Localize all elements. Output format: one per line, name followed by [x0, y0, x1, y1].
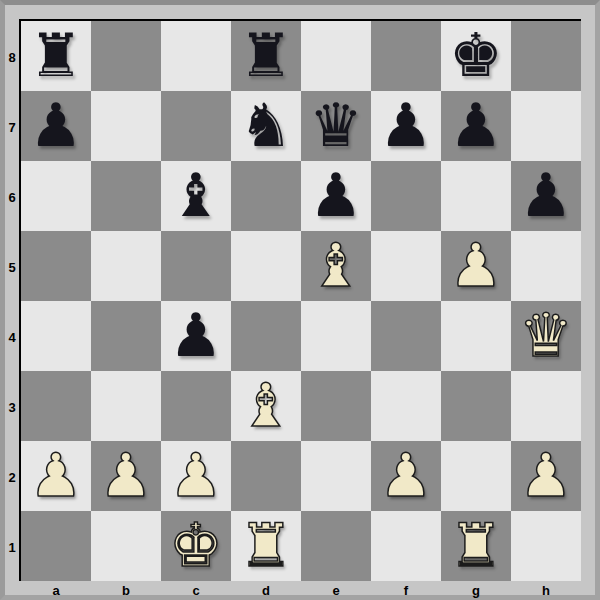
- square-a4[interactable]: [21, 301, 91, 371]
- square-e2[interactable]: [301, 441, 371, 511]
- square-c2[interactable]: ♟: [161, 441, 231, 511]
- square-d7[interactable]: ♞: [231, 91, 301, 161]
- square-d4[interactable]: [231, 301, 301, 371]
- square-g6[interactable]: [441, 161, 511, 231]
- square-b5[interactable]: [91, 231, 161, 301]
- square-g4[interactable]: [441, 301, 511, 371]
- square-b1[interactable]: [91, 511, 161, 581]
- square-g8[interactable]: ♚: [441, 21, 511, 91]
- white-bishop[interactable]: ♝: [301, 231, 371, 301]
- square-e8[interactable]: [301, 21, 371, 91]
- square-g2[interactable]: [441, 441, 511, 511]
- rank-label-6: 6: [5, 162, 19, 232]
- black-rook[interactable]: ♜: [231, 21, 301, 91]
- square-e7[interactable]: ♛: [301, 91, 371, 161]
- square-f4[interactable]: [371, 301, 441, 371]
- black-knight[interactable]: ♞: [231, 91, 301, 161]
- black-pawn[interactable]: ♟: [511, 161, 581, 231]
- square-a2[interactable]: ♟: [21, 441, 91, 511]
- file-labels: a b c d e f g h: [21, 582, 581, 598]
- file-label-h: h: [511, 582, 581, 598]
- white-pawn[interactable]: ♟: [161, 441, 231, 511]
- square-a8[interactable]: ♜: [21, 21, 91, 91]
- square-f5[interactable]: [371, 231, 441, 301]
- square-f1[interactable]: [371, 511, 441, 581]
- file-label-g: g: [441, 582, 511, 598]
- square-h5[interactable]: [511, 231, 581, 301]
- square-d6[interactable]: [231, 161, 301, 231]
- black-pawn[interactable]: ♟: [21, 91, 91, 161]
- square-f2[interactable]: ♟: [371, 441, 441, 511]
- black-pawn[interactable]: ♟: [301, 161, 371, 231]
- white-pawn[interactable]: ♟: [371, 441, 441, 511]
- chessboard: ♜♜♚♟♞♛♟♟♝♟♟♝♟♟♛♝♟♟♟♟♟♚♜♜: [19, 19, 581, 581]
- square-e5[interactable]: ♝: [301, 231, 371, 301]
- square-c3[interactable]: [161, 371, 231, 441]
- square-a1[interactable]: [21, 511, 91, 581]
- square-h7[interactable]: [511, 91, 581, 161]
- rank-label-8: 8: [5, 22, 19, 92]
- square-d2[interactable]: [231, 441, 301, 511]
- square-f7[interactable]: ♟: [371, 91, 441, 161]
- white-king[interactable]: ♚: [161, 511, 231, 581]
- square-c4[interactable]: ♟: [161, 301, 231, 371]
- square-c1[interactable]: ♚: [161, 511, 231, 581]
- rank-label-7: 7: [5, 92, 19, 162]
- square-g5[interactable]: ♟: [441, 231, 511, 301]
- file-label-b: b: [91, 582, 161, 598]
- square-a5[interactable]: [21, 231, 91, 301]
- file-label-f: f: [371, 582, 441, 598]
- square-h6[interactable]: ♟: [511, 161, 581, 231]
- square-e1[interactable]: [301, 511, 371, 581]
- black-pawn[interactable]: ♟: [371, 91, 441, 161]
- black-queen[interactable]: ♛: [301, 91, 371, 161]
- square-a6[interactable]: [21, 161, 91, 231]
- square-b3[interactable]: [91, 371, 161, 441]
- square-d8[interactable]: ♜: [231, 21, 301, 91]
- square-g1[interactable]: ♜: [441, 511, 511, 581]
- square-g3[interactable]: [441, 371, 511, 441]
- file-label-c: c: [161, 582, 231, 598]
- square-e4[interactable]: [301, 301, 371, 371]
- white-queen[interactable]: ♛: [511, 301, 581, 371]
- rank-label-3: 3: [5, 372, 19, 442]
- white-rook[interactable]: ♜: [231, 511, 301, 581]
- square-e3[interactable]: [301, 371, 371, 441]
- white-pawn[interactable]: ♟: [21, 441, 91, 511]
- black-rook[interactable]: ♜: [21, 21, 91, 91]
- rank-label-2: 2: [5, 442, 19, 512]
- file-label-e: e: [301, 582, 371, 598]
- square-g7[interactable]: ♟: [441, 91, 511, 161]
- square-a3[interactable]: [21, 371, 91, 441]
- square-e6[interactable]: ♟: [301, 161, 371, 231]
- square-b8[interactable]: [91, 21, 161, 91]
- chessboard-frame: 8 7 6 5 4 3 2 1 ♜♜♚♟♞♛♟♟♝♟♟♝♟♟♛♝♟♟♟♟♟♚♜♜…: [0, 0, 600, 600]
- square-c6[interactable]: ♝: [161, 161, 231, 231]
- square-b2[interactable]: ♟: [91, 441, 161, 511]
- square-h2[interactable]: ♟: [511, 441, 581, 511]
- rank-label-4: 4: [5, 302, 19, 372]
- square-b7[interactable]: [91, 91, 161, 161]
- square-h1[interactable]: [511, 511, 581, 581]
- white-rook[interactable]: ♜: [441, 511, 511, 581]
- file-label-a: a: [21, 582, 91, 598]
- square-b4[interactable]: [91, 301, 161, 371]
- black-pawn[interactable]: ♟: [441, 91, 511, 161]
- black-king[interactable]: ♚: [441, 21, 511, 91]
- black-pawn[interactable]: ♟: [161, 301, 231, 371]
- square-a7[interactable]: ♟: [21, 91, 91, 161]
- black-bishop[interactable]: ♝: [161, 161, 231, 231]
- file-label-d: d: [231, 582, 301, 598]
- square-b6[interactable]: [91, 161, 161, 231]
- square-d5[interactable]: [231, 231, 301, 301]
- white-bishop[interactable]: ♝: [231, 371, 301, 441]
- rank-labels: 8 7 6 5 4 3 2 1: [5, 22, 19, 582]
- square-f8[interactable]: [371, 21, 441, 91]
- square-h3[interactable]: [511, 371, 581, 441]
- square-c5[interactable]: [161, 231, 231, 301]
- square-d3[interactable]: ♝: [231, 371, 301, 441]
- square-d1[interactable]: ♜: [231, 511, 301, 581]
- square-f6[interactable]: [371, 161, 441, 231]
- square-h8[interactable]: [511, 21, 581, 91]
- white-pawn[interactable]: ♟: [511, 441, 581, 511]
- rank-label-5: 5: [5, 232, 19, 302]
- rank-label-1: 1: [5, 512, 19, 582]
- white-pawn[interactable]: ♟: [91, 441, 161, 511]
- square-c7[interactable]: [161, 91, 231, 161]
- square-f3[interactable]: [371, 371, 441, 441]
- white-pawn[interactable]: ♟: [441, 231, 511, 301]
- square-h4[interactable]: ♛: [511, 301, 581, 371]
- square-c8[interactable]: [161, 21, 231, 91]
